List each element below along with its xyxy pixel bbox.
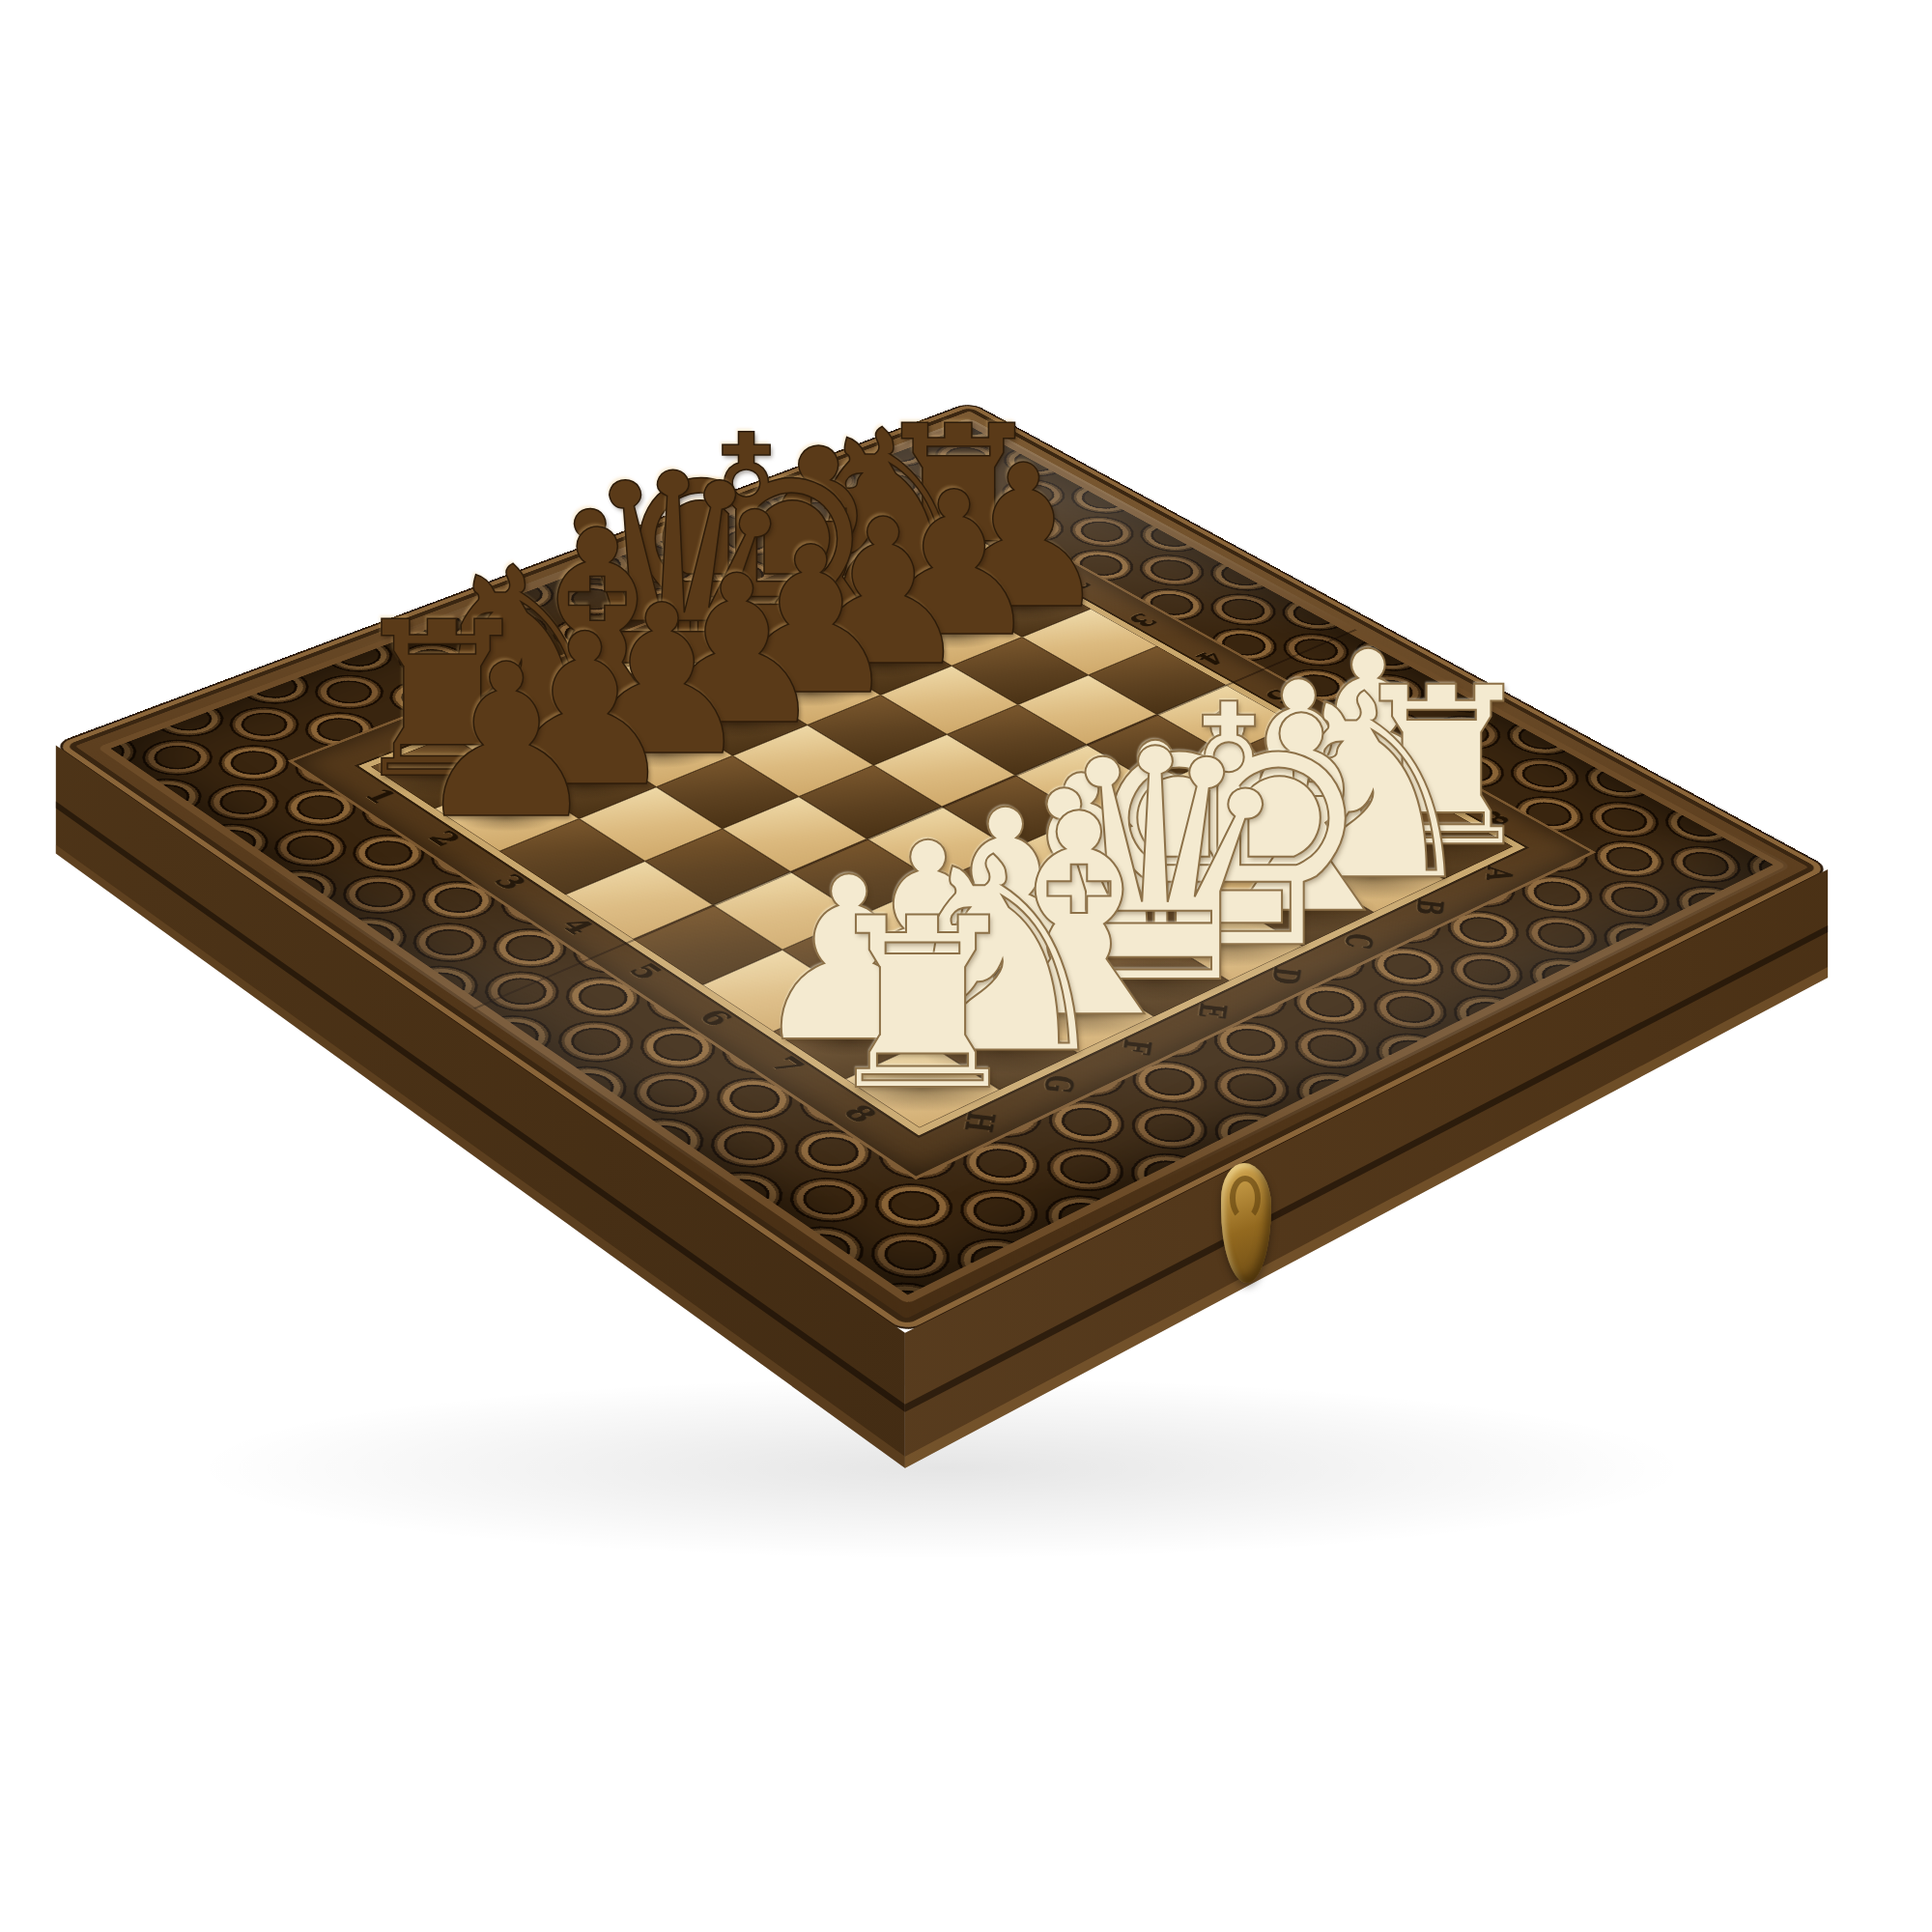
latch-scroll-detail [1230, 1176, 1261, 1221]
projection-marker [54, 745, 57, 746]
product-photo-scene: 1122334455667788ABCDEFGH ♜♞♟♝♟♚♟♛♟♝♟♞♟♜♟… [0, 0, 1932, 1932]
dark-pawn[interactable]: ♟ [412, 637, 601, 848]
white-rook[interactable]: ♜ [816, 887, 1029, 1123]
